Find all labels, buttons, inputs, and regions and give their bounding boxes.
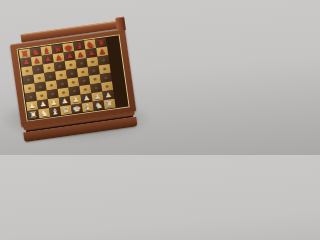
ivory-rook: ♜ — [28, 110, 38, 120]
box-corner-post — [115, 17, 126, 32]
ivory-rook: ♜ — [105, 99, 115, 109]
ivory-knight: ♞ — [94, 100, 104, 110]
chess-box: ♜♞♝♛♚♝♞♜♟♟♟♟♟♟♟♟♟♟♟♟♟♟♟♟♜♞♝♛♚♝♞♜ — [8, 20, 140, 143]
box-lid: ♜♞♝♛♚♝♞♜♟♟♟♟♟♟♟♟♟♟♟♟♟♟♟♟♜♞♝♛♚♝♞♜ — [10, 29, 136, 128]
square-h1: ♜ — [104, 99, 116, 109]
ivory-bishop: ♝ — [50, 107, 60, 117]
ivory-queen: ♛ — [61, 105, 71, 115]
ivory-bishop: ♝ — [83, 102, 93, 112]
ivory-king: ♚ — [72, 104, 82, 114]
photo-background: ♜♞♝♛♚♝♞♜♟♟♟♟♟♟♟♟♟♟♟♟♟♟♟♟♜♞♝♛♚♝♞♜ — [0, 0, 155, 155]
ivory-knight: ♞ — [39, 108, 49, 118]
chess-board: ♜♞♝♛♚♝♞♜♟♟♟♟♟♟♟♟♟♟♟♟♟♟♟♟♜♞♝♛♚♝♞♜ — [19, 36, 128, 120]
board-stringing-border: ♜♞♝♛♚♝♞♜♟♟♟♟♟♟♟♟♟♟♟♟♟♟♟♟♜♞♝♛♚♝♞♜ — [17, 34, 130, 121]
